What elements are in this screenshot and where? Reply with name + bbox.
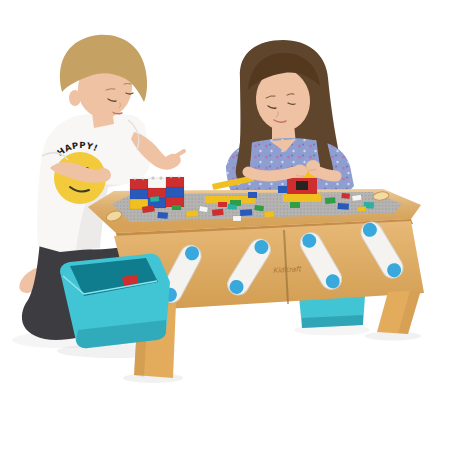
brand-logo: KidKraft [273, 265, 302, 275]
boy-left-hand [95, 168, 111, 182]
brick-wall [130, 176, 184, 209]
girl-left-forearm [248, 172, 294, 176]
girl-right-forearm [314, 170, 336, 176]
scene-illustration: HAPPY! [0, 0, 450, 450]
storage-bin-left [60, 254, 170, 348]
product-photo: HAPPY! [0, 0, 450, 450]
girl-left-hand [293, 165, 308, 178]
